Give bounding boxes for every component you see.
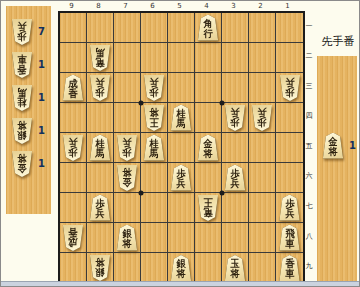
- piece-kanji: 兵: [17, 21, 26, 31]
- square-67[interactable]: [141, 193, 168, 223]
- piece-face: 竜馬: [89, 45, 111, 71]
- piece-face: 飛車: [279, 225, 301, 251]
- window-bottom-edge: [1, 281, 360, 286]
- piece-face: 香車: [11, 52, 33, 78]
- square-27[interactable]: [249, 193, 276, 223]
- piece-face: 歩兵: [89, 75, 111, 101]
- gote-hand-tray: 歩兵7香車1桂馬1銀将1金将1: [6, 6, 51, 214]
- piece-face: 金将: [197, 135, 219, 161]
- square-53[interactable]: [168, 73, 195, 103]
- square-88[interactable]: [87, 223, 114, 253]
- file-label-9: 9: [58, 1, 85, 11]
- piece-gote-王将[interactable]: 王将: [143, 105, 165, 131]
- piece-sente-銀将[interactable]: 銀将: [116, 225, 138, 251]
- piece-sente-桂馬[interactable]: 桂馬: [170, 105, 192, 131]
- piece-kanji: 将: [95, 257, 104, 267]
- shogi-app-window: 987654321 一二三四五六七八九 角行竜馬成香歩兵歩兵歩兵王将桂馬歩兵歩兵…: [0, 0, 360, 287]
- piece-gote-銀将[interactable]: 銀将: [89, 255, 111, 281]
- piece-gote-成香[interactable]: 成香: [62, 225, 84, 251]
- piece-gote-銀将[interactable]: 銀将: [11, 118, 33, 144]
- square-43[interactable]: [195, 73, 222, 103]
- square-98[interactable]: 成香: [60, 223, 87, 253]
- piece-face: 桂馬: [89, 135, 111, 161]
- piece-kanji: 馬: [17, 87, 26, 97]
- piece-sente-桂馬[interactable]: 桂馬: [89, 135, 111, 161]
- square-84[interactable]: [87, 103, 114, 133]
- file-label-6: 6: [139, 1, 166, 11]
- square-89[interactable]: 銀将: [87, 253, 114, 283]
- piece-gote-歩兵[interactable]: 歩兵: [224, 105, 246, 131]
- square-92[interactable]: [60, 43, 87, 73]
- square-54[interactable]: 桂馬: [168, 103, 195, 133]
- piece-kanji: 将: [230, 269, 239, 279]
- square-25[interactable]: [249, 133, 276, 163]
- square-33[interactable]: [222, 73, 249, 103]
- piece-sente-歩兵[interactable]: 歩兵: [224, 165, 246, 191]
- piece-sente-歩兵[interactable]: 歩兵: [279, 195, 301, 221]
- piece-sente-玉将[interactable]: 玉将: [224, 255, 246, 281]
- piece-face: 歩兵: [116, 135, 138, 161]
- piece-kanji: 将: [122, 167, 131, 177]
- hand-count: 1: [38, 125, 45, 136]
- square-97[interactable]: [60, 193, 87, 223]
- piece-kanji: 馬: [95, 149, 104, 159]
- piece-face: 歩兵: [279, 75, 301, 101]
- piece-sente-金将[interactable]: 金将: [197, 135, 219, 161]
- square-68[interactable]: [141, 223, 168, 253]
- square-32[interactable]: [222, 43, 249, 73]
- piece-kanji: 香: [68, 227, 77, 237]
- piece-gote-香車[interactable]: 香車: [11, 52, 33, 78]
- square-47[interactable]: 竜王: [195, 193, 222, 223]
- piece-face: 玉将: [224, 255, 246, 281]
- sente-hand-tray: 金将1: [317, 56, 357, 282]
- piece-sente-香車[interactable]: 香車: [279, 255, 301, 281]
- piece-gote-歩兵[interactable]: 歩兵: [279, 75, 301, 101]
- square-34[interactable]: 歩兵: [222, 103, 249, 133]
- square-94[interactable]: [60, 103, 87, 133]
- square-39[interactable]: 玉将: [222, 253, 249, 283]
- hoshi-dot: [220, 191, 225, 196]
- piece-face: 銀将: [89, 255, 111, 281]
- square-77[interactable]: [114, 193, 141, 223]
- piece-gote-歩兵[interactable]: 歩兵: [116, 135, 138, 161]
- piece-face: 金将: [116, 165, 138, 191]
- square-42[interactable]: [195, 43, 222, 73]
- square-85[interactable]: 桂馬: [87, 133, 114, 163]
- gote-hand-桂馬[interactable]: 桂馬1: [6, 81, 51, 114]
- square-91[interactable]: [60, 13, 87, 43]
- piece-face: 桂馬: [143, 135, 165, 161]
- square-41[interactable]: 角行: [195, 13, 222, 43]
- piece-face: 歩兵: [224, 105, 246, 131]
- piece-sente-金将[interactable]: 金将: [322, 133, 344, 159]
- piece-kanji: 将: [17, 120, 26, 130]
- piece-kanji: 将: [17, 153, 26, 163]
- piece-face: 歩兵: [279, 195, 301, 221]
- piece-kanji: 銀: [17, 130, 26, 140]
- piece-kanji: 兵: [95, 209, 104, 219]
- square-22[interactable]: [249, 43, 276, 73]
- hoshi-dot: [139, 191, 144, 196]
- square-69[interactable]: [141, 253, 168, 283]
- square-76[interactable]: 金将: [114, 163, 141, 193]
- piece-kanji: 兵: [122, 137, 131, 147]
- piece-kanji: 兵: [257, 107, 266, 117]
- piece-kanji: 将: [122, 239, 131, 249]
- square-78[interactable]: 銀将: [114, 223, 141, 253]
- square-12[interactable]: [276, 43, 303, 73]
- piece-face: 歩兵: [89, 195, 111, 221]
- square-49[interactable]: [195, 253, 222, 283]
- square-79[interactable]: [114, 253, 141, 283]
- square-29[interactable]: [249, 253, 276, 283]
- piece-face: 歩兵: [170, 165, 192, 191]
- square-64[interactable]: 王将: [141, 103, 168, 133]
- piece-gote-歩兵[interactable]: 歩兵: [143, 75, 165, 101]
- square-15[interactable]: [276, 133, 303, 163]
- piece-kanji: 兵: [230, 179, 239, 189]
- square-71[interactable]: [114, 13, 141, 43]
- square-93[interactable]: 成香: [60, 73, 87, 103]
- square-51[interactable]: [168, 13, 195, 43]
- piece-kanji: 竜: [203, 207, 212, 217]
- piece-kanji: 車: [285, 239, 294, 249]
- piece-kanji: 桂: [17, 97, 26, 107]
- piece-kanji: 車: [285, 269, 294, 279]
- piece-face: 歩兵: [62, 135, 84, 161]
- gote-hand-金将[interactable]: 金将1: [6, 147, 51, 180]
- piece-face: 銀将: [170, 255, 192, 281]
- square-11[interactable]: [276, 13, 303, 43]
- shogi-board: 角行竜馬成香歩兵歩兵歩兵王将桂馬歩兵歩兵歩兵桂馬歩兵桂馬金将金将歩兵歩兵歩兵竜王…: [58, 11, 305, 285]
- square-44[interactable]: [195, 103, 222, 133]
- square-16[interactable]: [276, 163, 303, 193]
- square-65[interactable]: 桂馬: [141, 133, 168, 163]
- piece-kanji: 歩: [122, 147, 131, 157]
- piece-sente-桂馬[interactable]: 桂馬: [143, 135, 165, 161]
- piece-kanji: 兵: [285, 77, 294, 87]
- piece-gote-桂馬[interactable]: 桂馬: [11, 85, 33, 111]
- piece-sente-成香[interactable]: 成香: [62, 75, 84, 101]
- square-58[interactable]: [168, 223, 195, 253]
- file-label-3: 3: [220, 1, 247, 11]
- piece-face: 成香: [62, 225, 84, 251]
- piece-kanji: 兵: [95, 77, 104, 87]
- square-46[interactable]: [195, 163, 222, 193]
- square-28[interactable]: [249, 223, 276, 253]
- piece-face: 竜王: [197, 195, 219, 221]
- piece-sente-歩兵[interactable]: 歩兵: [89, 195, 111, 221]
- piece-gote-歩兵[interactable]: 歩兵: [89, 75, 111, 101]
- square-83[interactable]: 歩兵: [87, 73, 114, 103]
- file-label-4: 4: [193, 1, 220, 11]
- square-66[interactable]: [141, 163, 168, 193]
- square-62[interactable]: [141, 43, 168, 73]
- square-48[interactable]: [195, 223, 222, 253]
- sente-hand-金将[interactable]: 金将1: [317, 129, 357, 162]
- turn-indicator: 先手番: [315, 34, 360, 49]
- piece-kanji: 香: [17, 64, 26, 74]
- piece-kanji: 馬: [149, 149, 158, 159]
- piece-kanji: 歩: [230, 117, 239, 127]
- piece-face: 銀将: [11, 118, 33, 144]
- square-96[interactable]: [60, 163, 87, 193]
- square-18[interactable]: 飛車: [276, 223, 303, 253]
- piece-face: 桂馬: [11, 85, 33, 111]
- piece-kanji: 王: [149, 117, 158, 127]
- square-73[interactable]: [114, 73, 141, 103]
- hoshi-dot: [139, 101, 144, 106]
- square-61[interactable]: [141, 13, 168, 43]
- piece-kanji: 金: [17, 163, 26, 173]
- piece-face: 歩兵: [143, 75, 165, 101]
- file-label-7: 7: [112, 1, 139, 11]
- piece-kanji: 将: [328, 147, 337, 157]
- square-55[interactable]: [168, 133, 195, 163]
- piece-kanji: 銀: [95, 267, 104, 277]
- file-label-1: 1: [274, 1, 301, 11]
- hand-count: 7: [38, 26, 45, 37]
- square-86[interactable]: [87, 163, 114, 193]
- piece-kanji: 歩: [257, 117, 266, 127]
- square-74[interactable]: [114, 103, 141, 133]
- piece-gote-歩兵[interactable]: 歩兵: [11, 19, 33, 45]
- piece-kanji: 馬: [95, 47, 104, 57]
- square-21[interactable]: [249, 13, 276, 43]
- piece-kanji: 竜: [95, 57, 104, 67]
- square-26[interactable]: [249, 163, 276, 193]
- piece-gote-竜馬[interactable]: 竜馬: [89, 45, 111, 71]
- square-72[interactable]: [114, 43, 141, 73]
- square-35[interactable]: [222, 133, 249, 163]
- piece-kanji: 兵: [230, 107, 239, 117]
- piece-gote-歩兵[interactable]: 歩兵: [62, 135, 84, 161]
- piece-gote-金将[interactable]: 金将: [11, 151, 33, 177]
- piece-kanji: 馬: [176, 119, 185, 129]
- piece-face: 金将: [11, 151, 33, 177]
- piece-kanji: 将: [176, 269, 185, 279]
- square-81[interactable]: [87, 13, 114, 43]
- piece-gote-竜王[interactable]: 竜王: [197, 195, 219, 221]
- square-13[interactable]: 歩兵: [276, 73, 303, 103]
- piece-face: 王将: [143, 105, 165, 131]
- piece-face: 成香: [62, 75, 84, 101]
- square-37[interactable]: [222, 193, 249, 223]
- piece-face: 桂馬: [170, 105, 192, 131]
- square-38[interactable]: [222, 223, 249, 253]
- square-36[interactable]: 歩兵: [222, 163, 249, 193]
- file-label-8: 8: [85, 1, 112, 11]
- piece-kanji: 金: [122, 177, 131, 187]
- file-labels: 987654321: [58, 1, 301, 11]
- piece-kanji: 歩: [149, 87, 158, 97]
- square-99[interactable]: [60, 253, 87, 283]
- piece-face: 歩兵: [11, 19, 33, 45]
- gote-hand-銀将[interactable]: 銀将1: [6, 114, 51, 147]
- piece-gote-歩兵[interactable]: 歩兵: [251, 105, 273, 131]
- piece-sente-銀将[interactable]: 銀将: [170, 255, 192, 281]
- gote-hand-香車[interactable]: 香車1: [6, 48, 51, 81]
- square-31[interactable]: [222, 13, 249, 43]
- piece-face: 香車: [279, 255, 301, 281]
- square-63[interactable]: 歩兵: [141, 73, 168, 103]
- square-56[interactable]: 歩兵: [168, 163, 195, 193]
- piece-kanji: 車: [17, 54, 26, 64]
- piece-face: 銀将: [116, 225, 138, 251]
- piece-kanji: 兵: [68, 137, 77, 147]
- piece-kanji: 歩: [285, 87, 294, 97]
- square-59[interactable]: 銀将: [168, 253, 195, 283]
- square-57[interactable]: [168, 193, 195, 223]
- square-19[interactable]: 香車: [276, 253, 303, 283]
- square-75[interactable]: 歩兵: [114, 133, 141, 163]
- hand-count: 1: [38, 92, 45, 103]
- file-label-5: 5: [166, 1, 193, 11]
- piece-kanji: 行: [203, 29, 212, 39]
- piece-sente-飛車[interactable]: 飛車: [279, 225, 301, 251]
- piece-kanji: 王: [203, 197, 212, 207]
- hand-count: 1: [38, 158, 45, 169]
- piece-face: 歩兵: [251, 105, 273, 131]
- square-95[interactable]: 歩兵: [60, 133, 87, 163]
- piece-sente-角行[interactable]: 角行: [197, 15, 219, 41]
- piece-kanji: 兵: [149, 77, 158, 87]
- piece-kanji: 歩: [68, 147, 77, 157]
- square-45[interactable]: 金将: [195, 133, 222, 163]
- piece-face: 歩兵: [224, 165, 246, 191]
- square-17[interactable]: 歩兵: [276, 193, 303, 223]
- piece-kanji: 兵: [176, 179, 185, 189]
- piece-kanji: 兵: [285, 209, 294, 219]
- piece-face: 金将: [322, 133, 344, 159]
- piece-kanji: 将: [149, 107, 158, 117]
- hand-count: 1: [38, 59, 45, 70]
- square-52[interactable]: [168, 43, 195, 73]
- square-87[interactable]: 歩兵: [87, 193, 114, 223]
- hand-count: 1: [349, 140, 356, 151]
- square-82[interactable]: 竜馬: [87, 43, 114, 73]
- piece-sente-歩兵[interactable]: 歩兵: [170, 165, 192, 191]
- gote-hand-歩兵[interactable]: 歩兵7: [6, 15, 51, 48]
- piece-kanji: 成: [68, 237, 77, 247]
- file-label-2: 2: [247, 1, 274, 11]
- hoshi-dot: [220, 101, 225, 106]
- piece-gote-金将[interactable]: 金将: [116, 165, 138, 191]
- piece-kanji: 将: [203, 149, 212, 159]
- piece-face: 角行: [197, 15, 219, 41]
- square-24[interactable]: 歩兵: [249, 103, 276, 133]
- piece-kanji: 香: [68, 89, 77, 99]
- square-14[interactable]: [276, 103, 303, 133]
- piece-kanji: 歩: [95, 87, 104, 97]
- piece-kanji: 歩: [17, 31, 26, 41]
- square-23[interactable]: [249, 73, 276, 103]
